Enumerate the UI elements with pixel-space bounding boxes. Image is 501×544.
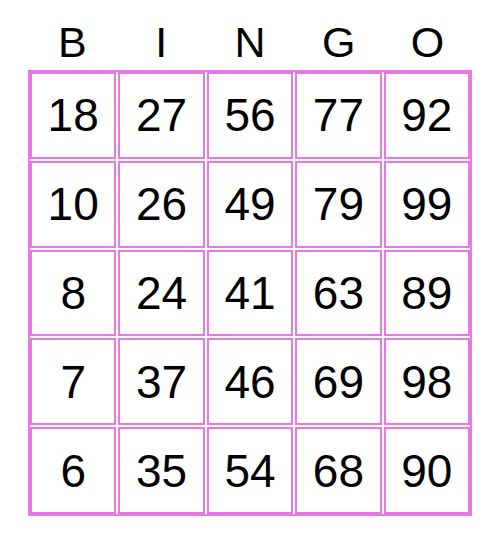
cell-r1c2[interactable]: 49 [207,161,293,248]
header-letter-o: O [383,21,472,64]
cell-r3c1[interactable]: 37 [118,338,204,425]
cell-r2c4[interactable]: 89 [384,250,470,337]
cell-r3c4[interactable]: 98 [384,338,470,425]
cell-r4c0[interactable]: 6 [30,427,116,514]
header-letter-i: I [117,21,206,64]
cell-r2c0[interactable]: 8 [30,250,116,337]
cell-r0c0[interactable]: 18 [30,72,116,159]
header-letter-b: B [28,21,117,64]
cell-r4c4[interactable]: 90 [384,427,470,514]
cell-r4c1[interactable]: 35 [118,427,204,514]
cell-r0c3[interactable]: 77 [295,72,381,159]
header-letter-g: G [294,21,383,64]
cell-r3c2[interactable]: 46 [207,338,293,425]
cell-r4c2[interactable]: 54 [207,427,293,514]
cell-r2c3[interactable]: 63 [295,250,381,337]
cell-r2c2[interactable]: 41 [207,250,293,337]
bingo-board: 1827567792102649799982441638973746699863… [28,70,472,516]
cell-r1c1[interactable]: 26 [118,161,204,248]
cell-r2c1[interactable]: 24 [118,250,204,337]
cell-r1c4[interactable]: 99 [384,161,470,248]
header-letter-n: N [206,21,295,64]
bingo-header: BINGO [28,0,472,70]
cell-r0c4[interactable]: 92 [384,72,470,159]
bingo-card-page: BINGO 1827567792102649799982441638973746… [0,0,501,544]
cell-r1c0[interactable]: 10 [30,161,116,248]
cell-r3c0[interactable]: 7 [30,338,116,425]
cell-r0c1[interactable]: 27 [118,72,204,159]
bingo-card: BINGO 1827567792102649799982441638973746… [28,0,472,516]
cell-r3c3[interactable]: 69 [295,338,381,425]
cell-r1c3[interactable]: 79 [295,161,381,248]
cell-r4c3[interactable]: 68 [295,427,381,514]
cell-r0c2[interactable]: 56 [207,72,293,159]
